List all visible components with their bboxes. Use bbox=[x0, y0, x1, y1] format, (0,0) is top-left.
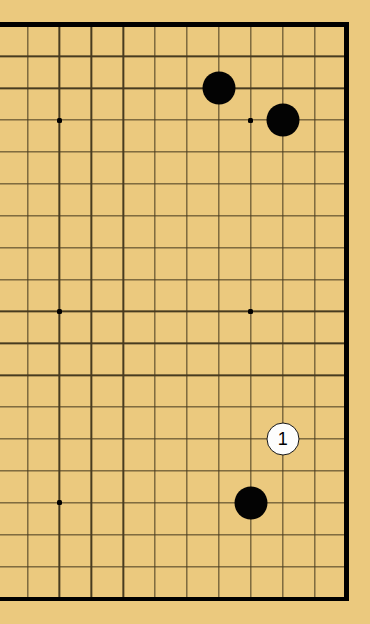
board-intersection bbox=[75, 104, 107, 136]
board-edge-right bbox=[344, 22, 348, 600]
board-intersection bbox=[235, 264, 267, 296]
board-intersection bbox=[107, 391, 139, 423]
board-intersection bbox=[12, 391, 44, 423]
board-intersection bbox=[12, 72, 44, 104]
board-intersection bbox=[12, 40, 44, 72]
board-intersection bbox=[299, 519, 331, 551]
board-intersection bbox=[235, 232, 267, 264]
board-intersection bbox=[75, 359, 107, 391]
board-intersection bbox=[203, 391, 235, 423]
board-intersection bbox=[43, 296, 75, 328]
board-intersection bbox=[43, 136, 75, 168]
board-intersection bbox=[75, 264, 107, 296]
star-point bbox=[248, 309, 253, 314]
board-edge-top bbox=[0, 22, 349, 26]
board-intersection bbox=[75, 200, 107, 232]
board-intersection bbox=[299, 487, 331, 519]
board-intersection bbox=[139, 519, 171, 551]
star-point bbox=[57, 309, 62, 314]
board-intersection bbox=[107, 72, 139, 104]
board-intersection bbox=[299, 72, 331, 104]
board-intersection bbox=[203, 327, 235, 359]
board-intersection bbox=[139, 40, 171, 72]
board-intersection bbox=[267, 327, 299, 359]
board-intersection bbox=[139, 296, 171, 328]
board-intersection bbox=[139, 264, 171, 296]
board-intersection bbox=[75, 232, 107, 264]
board-intersection bbox=[171, 423, 203, 455]
board-intersection bbox=[107, 359, 139, 391]
board-intersection bbox=[43, 40, 75, 72]
board-intersection bbox=[0, 264, 12, 296]
board-intersection bbox=[139, 168, 171, 200]
board-intersection bbox=[107, 168, 139, 200]
board-intersection bbox=[299, 296, 331, 328]
star-point bbox=[57, 118, 62, 123]
board-intersection bbox=[0, 168, 12, 200]
board-intersection bbox=[0, 232, 12, 264]
board-intersection bbox=[0, 455, 12, 487]
board-intersection bbox=[43, 104, 75, 136]
board-intersection bbox=[203, 423, 235, 455]
board-intersection bbox=[107, 264, 139, 296]
board-intersection bbox=[171, 104, 203, 136]
board-intersection bbox=[75, 168, 107, 200]
black-stone bbox=[266, 104, 299, 137]
move-number-label: 1 bbox=[278, 429, 288, 447]
go-diagram: 1 bbox=[0, 0, 370, 624]
board-intersection bbox=[107, 551, 139, 583]
board-intersection bbox=[235, 104, 267, 136]
board-intersection bbox=[0, 296, 12, 328]
board-intersection bbox=[0, 519, 12, 551]
board-intersection bbox=[267, 104, 299, 136]
board-intersection bbox=[75, 455, 107, 487]
board-intersection: 1 bbox=[267, 423, 299, 455]
board-intersection bbox=[139, 200, 171, 232]
board-intersection bbox=[299, 232, 331, 264]
board-intersection bbox=[107, 104, 139, 136]
board-intersection bbox=[0, 72, 12, 104]
board-intersection bbox=[43, 455, 75, 487]
white-stone: 1 bbox=[266, 423, 299, 456]
board-intersection bbox=[12, 264, 44, 296]
board-intersection bbox=[107, 423, 139, 455]
star-point bbox=[248, 118, 253, 123]
board-intersection bbox=[75, 40, 107, 72]
board-intersection bbox=[203, 232, 235, 264]
board-intersection bbox=[299, 168, 331, 200]
board-intersection bbox=[235, 519, 267, 551]
board-intersection bbox=[171, 391, 203, 423]
board-intersection bbox=[107, 455, 139, 487]
board-intersection bbox=[235, 72, 267, 104]
board-intersection bbox=[75, 72, 107, 104]
board-intersection bbox=[267, 296, 299, 328]
board-intersection bbox=[235, 359, 267, 391]
board-intersection bbox=[0, 391, 12, 423]
board-intersection bbox=[235, 136, 267, 168]
board-intersection bbox=[12, 200, 44, 232]
board-intersection bbox=[267, 519, 299, 551]
board-intersection bbox=[0, 423, 12, 455]
board-intersection bbox=[299, 104, 331, 136]
board-intersection bbox=[203, 487, 235, 519]
board-intersection bbox=[267, 551, 299, 583]
board-intersection bbox=[0, 40, 12, 72]
board-edge-bottom bbox=[0, 597, 349, 601]
board-intersection bbox=[203, 296, 235, 328]
board-intersection bbox=[171, 327, 203, 359]
board-intersection bbox=[43, 423, 75, 455]
board-intersection bbox=[139, 359, 171, 391]
board-intersection bbox=[235, 487, 267, 519]
board-intersection bbox=[0, 200, 12, 232]
board-intersection bbox=[12, 551, 44, 583]
board-intersection bbox=[0, 104, 12, 136]
board-intersection bbox=[43, 551, 75, 583]
black-stone bbox=[202, 72, 235, 105]
board-intersection bbox=[171, 40, 203, 72]
board-intersection bbox=[12, 168, 44, 200]
board-intersection bbox=[299, 391, 331, 423]
board-intersection bbox=[107, 327, 139, 359]
board-intersection bbox=[235, 296, 267, 328]
board-intersection bbox=[235, 455, 267, 487]
board-intersection bbox=[43, 72, 75, 104]
board-intersection bbox=[139, 551, 171, 583]
board-intersection bbox=[299, 136, 331, 168]
board-intersection bbox=[299, 455, 331, 487]
board-intersection bbox=[203, 359, 235, 391]
board-intersection bbox=[0, 136, 12, 168]
board-intersection bbox=[75, 487, 107, 519]
board-intersection bbox=[139, 327, 171, 359]
board-intersection bbox=[171, 264, 203, 296]
board-intersection bbox=[139, 487, 171, 519]
board-intersection bbox=[75, 136, 107, 168]
board-intersection bbox=[235, 391, 267, 423]
board-intersection bbox=[235, 327, 267, 359]
board-intersection bbox=[235, 40, 267, 72]
board-intersection bbox=[203, 264, 235, 296]
board-intersection bbox=[267, 200, 299, 232]
board-intersection bbox=[12, 327, 44, 359]
board-intersection bbox=[171, 359, 203, 391]
board-intersection bbox=[267, 72, 299, 104]
board-intersection bbox=[75, 391, 107, 423]
board-intersection bbox=[267, 136, 299, 168]
board-intersection bbox=[171, 551, 203, 583]
board-intersection bbox=[203, 104, 235, 136]
board-intersection bbox=[75, 551, 107, 583]
board-intersection bbox=[107, 200, 139, 232]
board-intersection bbox=[12, 136, 44, 168]
board-intersection bbox=[299, 264, 331, 296]
board-intersection bbox=[203, 200, 235, 232]
board-intersection bbox=[43, 327, 75, 359]
board-intersection bbox=[171, 487, 203, 519]
board-intersection bbox=[139, 391, 171, 423]
board-intersection bbox=[75, 519, 107, 551]
board-intersection bbox=[235, 423, 267, 455]
board-intersection bbox=[267, 359, 299, 391]
star-point bbox=[57, 500, 62, 505]
board-intersection bbox=[171, 168, 203, 200]
board-intersection bbox=[267, 232, 299, 264]
board-intersection bbox=[235, 168, 267, 200]
board-intersection bbox=[267, 455, 299, 487]
board-intersection bbox=[171, 232, 203, 264]
board-intersection bbox=[235, 200, 267, 232]
board-intersection bbox=[299, 327, 331, 359]
board-intersection bbox=[203, 455, 235, 487]
board-intersection bbox=[12, 487, 44, 519]
board-intersection bbox=[267, 40, 299, 72]
board-intersection bbox=[107, 296, 139, 328]
board-intersection bbox=[139, 455, 171, 487]
board-intersection bbox=[299, 551, 331, 583]
board-intersection bbox=[171, 519, 203, 551]
board-intersection bbox=[0, 327, 12, 359]
board-intersection bbox=[267, 264, 299, 296]
board-intersection bbox=[203, 72, 235, 104]
board-intersection bbox=[267, 168, 299, 200]
board-intersection bbox=[267, 487, 299, 519]
board-intersection bbox=[43, 519, 75, 551]
board-intersection bbox=[299, 200, 331, 232]
board-intersection bbox=[12, 455, 44, 487]
board-intersection bbox=[203, 168, 235, 200]
board-intersection bbox=[43, 391, 75, 423]
black-stone bbox=[234, 486, 267, 519]
board-intersection bbox=[267, 391, 299, 423]
board-intersection bbox=[299, 423, 331, 455]
board-intersection bbox=[43, 200, 75, 232]
board-intersection bbox=[0, 551, 12, 583]
board-intersection bbox=[171, 136, 203, 168]
board-intersection bbox=[107, 232, 139, 264]
board-intersection bbox=[43, 359, 75, 391]
board-intersection bbox=[171, 72, 203, 104]
board-intersection bbox=[139, 232, 171, 264]
board-intersection bbox=[0, 487, 12, 519]
board-intersection bbox=[43, 168, 75, 200]
board-intersection bbox=[75, 327, 107, 359]
board-intersection bbox=[203, 136, 235, 168]
board-intersection bbox=[299, 40, 331, 72]
board-intersection bbox=[139, 423, 171, 455]
board-intersection bbox=[12, 232, 44, 264]
board-intersection bbox=[75, 423, 107, 455]
board-intersection bbox=[107, 40, 139, 72]
board-intersection bbox=[0, 359, 12, 391]
board-intersection bbox=[203, 519, 235, 551]
board-intersection bbox=[43, 264, 75, 296]
board-intersection bbox=[43, 487, 75, 519]
board-intersection bbox=[12, 359, 44, 391]
board-intersection bbox=[171, 296, 203, 328]
board-intersection bbox=[139, 136, 171, 168]
board-intersection bbox=[203, 551, 235, 583]
board-intersection bbox=[299, 359, 331, 391]
board-intersection bbox=[139, 72, 171, 104]
board-intersection bbox=[171, 455, 203, 487]
board-intersection bbox=[12, 104, 44, 136]
board-intersection bbox=[75, 296, 107, 328]
board-intersection bbox=[203, 40, 235, 72]
board-intersection bbox=[12, 423, 44, 455]
board-intersection bbox=[107, 487, 139, 519]
board-intersection bbox=[171, 200, 203, 232]
board-intersection bbox=[139, 104, 171, 136]
board-intersection bbox=[107, 136, 139, 168]
board-intersection bbox=[235, 551, 267, 583]
board-intersection bbox=[43, 232, 75, 264]
board-intersection bbox=[12, 519, 44, 551]
go-board: 1 bbox=[0, 9, 362, 615]
board-intersection bbox=[12, 296, 44, 328]
board-intersection bbox=[107, 519, 139, 551]
